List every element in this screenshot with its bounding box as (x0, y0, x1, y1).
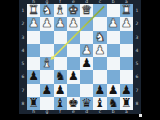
square-d2[interactable] (80, 17, 93, 30)
square-f6[interactable]: ♞ (54, 70, 67, 83)
black-pawn[interactable]: ♟ (27, 70, 40, 83)
square-a5[interactable] (120, 57, 133, 70)
black-rook[interactable]: ♜ (120, 97, 133, 110)
black-rook[interactable]: ♜ (27, 97, 40, 110)
white-pawn[interactable]: ♟ (107, 17, 120, 30)
square-b8[interactable]: ♞ (107, 97, 120, 110)
square-d4[interactable]: ♟ (80, 44, 93, 57)
square-d3[interactable] (80, 31, 93, 44)
file-label: b (107, 110, 120, 114)
white-pawn[interactable]: ♟ (80, 44, 93, 57)
black-pawn[interactable]: ♟ (40, 84, 53, 97)
white-pawn[interactable]: ♟ (54, 17, 67, 30)
rank-label: 6 (133, 70, 141, 83)
rank-label: 1 (19, 4, 27, 17)
rank-label: 2 (133, 17, 141, 30)
file-label: c (93, 110, 106, 114)
square-f4[interactable] (54, 44, 67, 57)
square-b3[interactable] (107, 31, 120, 44)
square-d5[interactable]: ♟ (80, 57, 93, 70)
square-a2[interactable]: ♟ (120, 17, 133, 30)
file-label: h (27, 110, 40, 114)
square-g3[interactable] (40, 31, 53, 44)
black-knight[interactable]: ♞ (107, 97, 120, 110)
square-c6[interactable] (93, 70, 106, 83)
square-f2[interactable]: ♟ (54, 17, 67, 30)
square-g7[interactable]: ♟ (40, 84, 53, 97)
square-h4[interactable] (27, 44, 40, 57)
square-e5[interactable] (67, 57, 80, 70)
square-h5[interactable] (27, 57, 40, 70)
rank-labels-left: 12345678 (19, 4, 27, 110)
square-e7[interactable] (67, 84, 80, 97)
white-pawn[interactable]: ♟ (93, 44, 106, 57)
rank-label: 1 (133, 4, 141, 17)
file-label: d (80, 110, 93, 114)
square-a7[interactable]: ♟ (120, 84, 133, 97)
square-c4[interactable]: ♟ (93, 44, 106, 57)
square-b4[interactable] (107, 44, 120, 57)
square-b5[interactable] (107, 57, 120, 70)
square-h8[interactable]: ♜ (27, 97, 40, 110)
black-pawn[interactable]: ♟ (80, 57, 93, 70)
white-bishop[interactable]: ♝ (40, 57, 53, 70)
square-c7[interactable]: ♟ (93, 84, 106, 97)
square-d6[interactable] (80, 70, 93, 83)
file-label: a (120, 110, 133, 114)
white-pawn[interactable]: ♟ (27, 17, 40, 30)
square-f7[interactable]: ♟ (54, 84, 67, 97)
rank-label: 7 (133, 84, 141, 97)
black-bishop[interactable]: ♝ (54, 97, 67, 110)
rank-label: 3 (133, 31, 141, 44)
square-e6[interactable]: ♟ (67, 70, 80, 83)
square-e4[interactable] (67, 44, 80, 57)
rank-label: 7 (19, 84, 27, 97)
file-labels-bottom: hgfedcba (27, 110, 133, 114)
rank-label: 2 (19, 17, 27, 30)
rank-label: 8 (133, 97, 141, 110)
square-h6[interactable]: ♟ (27, 70, 40, 83)
rank-label: 5 (133, 57, 141, 70)
square-g2[interactable]: ♟ (40, 17, 53, 30)
square-f3[interactable] (54, 31, 67, 44)
square-h7[interactable] (27, 84, 40, 97)
chess-board[interactable]: ♜♞♝♚♛♜♟♟♟♟♟♟♞♟♟♝♟♟♞♟♟♟♟♟♟♜♝♚♛♝♞♜ (27, 4, 133, 110)
square-a3[interactable] (120, 31, 133, 44)
square-h3[interactable] (27, 31, 40, 44)
square-g4[interactable] (40, 44, 53, 57)
square-g5[interactable]: ♝ (40, 57, 53, 70)
chess-app-screen: hgfedcba ♜♞♝♚♛♜♟♟♟♟♟♟♞♟♟♝♟♟♞♟♟♟♟♟♟♜♝♚♛♝♞… (0, 0, 160, 120)
black-pawn[interactable]: ♟ (120, 84, 133, 97)
square-a6[interactable] (120, 70, 133, 83)
square-f8[interactable]: ♝ (54, 97, 67, 110)
rank-label: 4 (19, 44, 27, 57)
square-d8[interactable]: ♛ (80, 97, 93, 110)
black-pawn[interactable]: ♟ (54, 84, 67, 97)
white-knight[interactable]: ♞ (93, 31, 106, 44)
square-c2[interactable] (93, 17, 106, 30)
rank-label: 4 (133, 44, 141, 57)
black-knight[interactable]: ♞ (54, 70, 67, 83)
square-c5[interactable] (93, 57, 106, 70)
black-pawn[interactable]: ♟ (67, 70, 80, 83)
square-e3[interactable] (67, 31, 80, 44)
corner-dot (139, 114, 142, 117)
rank-label: 6 (19, 70, 27, 83)
black-bishop[interactable]: ♝ (93, 97, 106, 110)
rank-label: 3 (19, 31, 27, 44)
square-b6[interactable] (107, 70, 120, 83)
square-d1[interactable]: ♛ (80, 4, 93, 17)
square-e2[interactable]: ♟ (67, 17, 80, 30)
rank-label: 5 (19, 57, 27, 70)
square-g6[interactable] (40, 70, 53, 83)
square-a8[interactable]: ♜ (120, 97, 133, 110)
square-a4[interactable] (120, 44, 133, 57)
square-f5[interactable] (54, 57, 67, 70)
square-d7[interactable] (80, 84, 93, 97)
square-e8[interactable]: ♚ (67, 97, 80, 110)
rank-labels-right: 12345678 (133, 4, 141, 110)
white-pawn[interactable]: ♟ (40, 17, 53, 30)
file-label: e (67, 110, 80, 114)
white-queen[interactable]: ♛ (80, 4, 93, 17)
file-label: f (54, 110, 67, 114)
square-b7[interactable]: ♟ (107, 84, 120, 97)
square-c3[interactable]: ♞ (93, 31, 106, 44)
black-pawn[interactable]: ♟ (107, 84, 120, 97)
file-label: g (40, 110, 53, 114)
square-c8[interactable]: ♝ (93, 97, 106, 110)
square-b2[interactable]: ♟ (107, 17, 120, 30)
black-king[interactable]: ♚ (67, 97, 80, 110)
black-queen[interactable]: ♛ (80, 97, 93, 110)
square-c1[interactable] (93, 4, 106, 17)
square-g8[interactable] (40, 97, 53, 110)
white-pawn[interactable]: ♟ (67, 17, 80, 30)
square-h2[interactable]: ♟ (27, 17, 40, 30)
rank-label: 8 (19, 97, 27, 110)
white-pawn[interactable]: ♟ (120, 17, 133, 30)
black-pawn[interactable]: ♟ (93, 84, 106, 97)
